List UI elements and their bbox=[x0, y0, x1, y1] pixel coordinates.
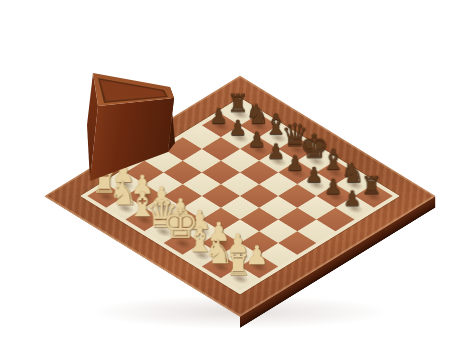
square-h1: ♜ bbox=[221, 267, 259, 291]
chess-set-photo: ♜♞♝♛♚♝♞♜♟♟♟♟♟♟♟♟♟♟♟♟♟♟♟♟♜♞♝♛♚♝♞♜ bbox=[0, 0, 450, 345]
board-scene: ♜♞♝♛♚♝♞♜♟♟♟♟♟♟♟♟♟♟♟♟♟♟♟♟♜♞♝♛♚♝♞♜ bbox=[0, 0, 450, 345]
storage-box bbox=[85, 70, 180, 185]
piece-white-rook-h1: ♜ bbox=[208, 251, 268, 280]
piece-black-pawn-h7: ♟ bbox=[322, 188, 382, 209]
